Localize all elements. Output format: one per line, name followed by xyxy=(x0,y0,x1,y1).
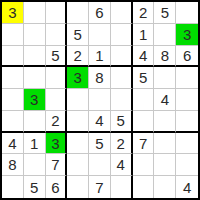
sudoku-cell-r4c1[interactable] xyxy=(2,67,24,89)
sudoku-cell-r3c2[interactable] xyxy=(24,46,46,68)
sudoku-cell-r6c4[interactable] xyxy=(67,111,89,133)
sudoku-cell-r7c5[interactable]: 5 xyxy=(89,133,111,155)
sudoku-cell-r4c7[interactable]: 5 xyxy=(133,67,155,89)
sudoku-cell-r7c4[interactable] xyxy=(67,133,89,155)
sudoku-cell-r1c9[interactable] xyxy=(176,2,198,24)
sudoku-cell-r2c2[interactable] xyxy=(24,24,46,46)
sudoku-cell-r4c2[interactable] xyxy=(24,67,46,89)
sudoku-cell-r5c5[interactable] xyxy=(89,89,111,111)
sudoku-cell-r8c1[interactable]: 8 xyxy=(2,154,24,176)
sudoku-cell-r8c8[interactable] xyxy=(154,154,176,176)
sudoku-cell-r6c3[interactable]: 2 xyxy=(46,111,68,133)
sudoku-cell-r3c4[interactable]: 2 xyxy=(67,46,89,68)
sudoku-cell-r5c9[interactable] xyxy=(176,89,198,111)
sudoku-cell-r3c6[interactable] xyxy=(111,46,133,68)
sudoku-cell-r6c9[interactable] xyxy=(176,111,198,133)
sudoku-cell-r6c2[interactable] xyxy=(24,111,46,133)
sudoku-cell-r2c1[interactable] xyxy=(2,24,24,46)
sudoku-cell-r5c3[interactable] xyxy=(46,89,68,111)
sudoku-cell-r2c7[interactable]: 1 xyxy=(133,24,155,46)
sudoku-cell-r5c8[interactable]: 4 xyxy=(154,89,176,111)
sudoku-cell-r7c8[interactable] xyxy=(154,133,176,155)
sudoku-cell-r1c1[interactable]: 3 xyxy=(2,2,24,24)
sudoku-cell-r6c8[interactable] xyxy=(154,111,176,133)
sudoku-cell-r5c6[interactable] xyxy=(111,89,133,111)
sudoku-cell-r8c6[interactable]: 4 xyxy=(111,154,133,176)
sudoku-cell-r7c3[interactable]: 3 xyxy=(46,133,68,155)
sudoku-cell-r4c3[interactable] xyxy=(46,67,68,89)
sudoku-cell-r4c9[interactable] xyxy=(176,67,198,89)
sudoku-cell-r5c2[interactable]: 3 xyxy=(24,89,46,111)
sudoku-cell-r5c1[interactable] xyxy=(2,89,24,111)
sudoku-cell-r4c5[interactable]: 8 xyxy=(89,67,111,89)
sudoku-cell-r2c4[interactable]: 5 xyxy=(67,24,89,46)
sudoku-cell-r1c4[interactable] xyxy=(67,2,89,24)
sudoku-cell-r7c2[interactable]: 1 xyxy=(24,133,46,155)
sudoku-cell-r8c4[interactable] xyxy=(67,154,89,176)
sudoku-cell-r2c3[interactable] xyxy=(46,24,68,46)
sudoku-cell-r3c3[interactable]: 5 xyxy=(46,46,68,68)
sudoku-cell-r5c4[interactable] xyxy=(67,89,89,111)
sudoku-cell-r4c6[interactable] xyxy=(111,67,133,89)
sudoku-cell-r6c1[interactable] xyxy=(2,111,24,133)
sudoku-cell-r6c7[interactable] xyxy=(133,111,155,133)
sudoku-cell-r3c5[interactable]: 1 xyxy=(89,46,111,68)
sudoku-cell-r4c8[interactable] xyxy=(154,67,176,89)
sudoku-cell-r9c3[interactable]: 6 xyxy=(46,176,68,198)
sudoku-cell-r8c9[interactable] xyxy=(176,154,198,176)
sudoku-cell-r8c2[interactable] xyxy=(24,154,46,176)
sudoku-cell-r9c5[interactable]: 7 xyxy=(89,176,111,198)
sudoku-cell-r2c8[interactable] xyxy=(154,24,176,46)
sudoku-cell-r8c5[interactable] xyxy=(89,154,111,176)
sudoku-cell-r1c7[interactable]: 2 xyxy=(133,2,155,24)
sudoku-cell-r3c8[interactable]: 8 xyxy=(154,46,176,68)
sudoku-cell-r1c2[interactable] xyxy=(24,2,46,24)
sudoku-cell-r9c4[interactable] xyxy=(67,176,89,198)
sudoku-cell-r9c9[interactable]: 4 xyxy=(176,176,198,198)
sudoku-cell-r4c4[interactable]: 3 xyxy=(67,67,89,89)
sudoku-cell-r7c9[interactable] xyxy=(176,133,198,155)
sudoku-cell-r1c3[interactable] xyxy=(46,2,68,24)
sudoku-cell-r7c7[interactable]: 7 xyxy=(133,133,155,155)
sudoku-cell-r2c9[interactable]: 3 xyxy=(176,24,198,46)
sudoku-cell-r1c5[interactable]: 6 xyxy=(89,2,111,24)
sudoku-cell-r5c7[interactable] xyxy=(133,89,155,111)
sudoku-cell-r3c1[interactable] xyxy=(2,46,24,68)
sudoku-cell-r3c7[interactable]: 4 xyxy=(133,46,155,68)
sudoku-cell-r7c1[interactable]: 4 xyxy=(2,133,24,155)
sudoku-cell-r9c8[interactable] xyxy=(154,176,176,198)
sudoku-cell-r9c2[interactable]: 5 xyxy=(24,176,46,198)
sudoku-cell-r2c5[interactable] xyxy=(89,24,111,46)
sudoku-cell-r8c7[interactable] xyxy=(133,154,155,176)
sudoku-board: 3625513521486385342454135278745674 xyxy=(0,0,200,200)
sudoku-cell-r6c5[interactable]: 4 xyxy=(89,111,111,133)
sudoku-cell-r6c6[interactable]: 5 xyxy=(111,111,133,133)
sudoku-cell-r9c6[interactable] xyxy=(111,176,133,198)
sudoku-cell-r7c6[interactable]: 2 xyxy=(111,133,133,155)
sudoku-cell-r1c8[interactable]: 5 xyxy=(154,2,176,24)
sudoku-cell-r3c9[interactable]: 6 xyxy=(176,46,198,68)
sudoku-cell-r2c6[interactable] xyxy=(111,24,133,46)
sudoku-cell-r8c3[interactable]: 7 xyxy=(46,154,68,176)
sudoku-cell-r9c1[interactable] xyxy=(2,176,24,198)
sudoku-cell-r9c7[interactable] xyxy=(133,176,155,198)
sudoku-cell-r1c6[interactable] xyxy=(111,2,133,24)
